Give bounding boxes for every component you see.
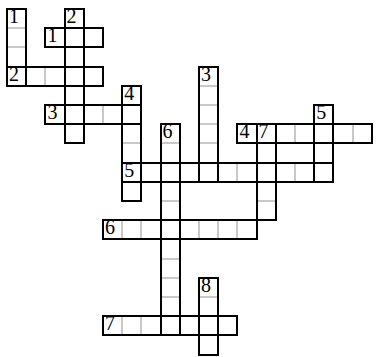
clue-number-1-across: 1	[47, 25, 57, 45]
letter-separator	[162, 277, 179, 279]
letter-separator	[140, 221, 142, 238]
cell-r8-c9[interactable]	[180, 163, 199, 182]
cell-r16-c9[interactable]	[180, 316, 199, 335]
word-5-across: 5	[121, 162, 334, 183]
cell-r10-c13[interactable]	[257, 201, 276, 220]
cell-r2-c0[interactable]	[7, 47, 26, 66]
letter-separator	[200, 123, 217, 125]
cell-r17-c10[interactable]	[199, 335, 218, 354]
word-8-down: 8	[198, 277, 219, 356]
cell-r6-c6[interactable]	[122, 124, 141, 143]
letter-separator	[236, 221, 238, 238]
cell-r10-c8[interactable]	[161, 201, 180, 220]
cell-r8-c14[interactable]	[276, 163, 295, 182]
letter-separator	[294, 125, 296, 142]
clue-number-7-across: 7	[105, 313, 115, 333]
word-6-down: 6	[160, 123, 181, 336]
letter-separator	[8, 27, 25, 29]
clue-number-4-down: 4	[124, 83, 134, 103]
word-2-down: 2	[64, 8, 85, 144]
clue-number-6-down: 6	[163, 121, 173, 141]
cell-r8-c10[interactable]	[199, 163, 218, 182]
cell-r8-c12[interactable]	[237, 163, 256, 182]
letter-separator	[162, 258, 179, 260]
letter-separator	[200, 142, 217, 144]
word-4-down: 4	[121, 85, 142, 202]
letter-separator	[200, 104, 217, 106]
cell-r8-c6[interactable]	[122, 163, 141, 182]
cell-r2-c3[interactable]	[65, 47, 84, 66]
letter-separator	[121, 221, 123, 238]
cell-r5-c10[interactable]	[199, 105, 218, 124]
cell-r14-c8[interactable]	[161, 278, 180, 297]
cell-r1-c4[interactable]	[84, 28, 103, 47]
cell-r11-c11[interactable]	[218, 220, 237, 239]
cell-r3-c1[interactable]	[26, 67, 45, 86]
letter-separator	[121, 317, 123, 334]
letter-separator	[162, 296, 179, 298]
word-3-down: 3	[198, 66, 219, 183]
cell-r7-c16[interactable]	[314, 143, 333, 162]
cell-r3-c3[interactable]	[65, 67, 84, 86]
cell-r1-c3[interactable]	[65, 28, 84, 47]
letter-separator	[294, 164, 296, 181]
cell-r6-c10[interactable]	[199, 124, 218, 143]
cell-r8-c7[interactable]	[141, 163, 160, 182]
cell-r16-c7[interactable]	[141, 316, 160, 335]
cell-r16-c10[interactable]	[199, 316, 218, 335]
word-7-down: 7	[256, 123, 277, 221]
cell-r6-c17[interactable]	[333, 124, 352, 143]
cell-r3-c2[interactable]	[45, 67, 64, 86]
cell-r15-c8[interactable]	[161, 297, 180, 316]
letter-separator	[123, 142, 140, 144]
cell-r16-c8[interactable]	[161, 316, 180, 335]
cell-r3-c0[interactable]	[7, 67, 26, 86]
cell-r5-c6[interactable]	[122, 105, 141, 124]
cell-r7-c10[interactable]	[199, 143, 218, 162]
cell-r8-c15[interactable]	[295, 163, 314, 182]
letter-separator	[236, 164, 238, 181]
cell-r13-c8[interactable]	[161, 259, 180, 278]
letter-separator	[200, 85, 217, 87]
clue-number-3-across: 3	[47, 102, 57, 122]
cell-r11-c12[interactable]	[237, 220, 256, 239]
cell-r15-c10[interactable]	[199, 297, 218, 316]
cell-r16-c11[interactable]	[218, 316, 237, 335]
cell-r5-c4[interactable]	[84, 105, 103, 124]
cell-r7-c13[interactable]	[257, 143, 276, 162]
clue-number-6-across: 6	[105, 217, 115, 237]
cell-r3-c4[interactable]	[84, 67, 103, 86]
letter-separator	[162, 200, 179, 202]
clue-number-5-down: 5	[316, 102, 326, 122]
cell-r9-c13[interactable]	[257, 182, 276, 201]
cell-r6-c14[interactable]	[276, 124, 295, 143]
clue-number-1-down: 1	[9, 6, 19, 26]
clue-number-2-down: 2	[67, 6, 77, 26]
cell-r6-c3[interactable]	[65, 124, 84, 143]
word-1-down: 1	[6, 8, 27, 87]
cell-r8-c8[interactable]	[161, 163, 180, 182]
cell-r4-c3[interactable]	[65, 86, 84, 105]
cell-r6-c18[interactable]	[353, 124, 372, 143]
cell-r9-c8[interactable]	[161, 182, 180, 201]
letter-separator	[198, 221, 200, 238]
letter-separator	[102, 106, 104, 123]
cell-r1-c0[interactable]	[7, 28, 26, 47]
crossword-board: 123456712345678	[0, 0, 376, 357]
cell-r5-c3[interactable]	[65, 105, 84, 124]
cell-r7-c6[interactable]	[122, 143, 141, 162]
cell-r11-c9[interactable]	[180, 220, 199, 239]
cell-r6-c16[interactable]	[314, 124, 333, 143]
letter-separator	[162, 142, 179, 144]
clue-number-3-down: 3	[201, 64, 211, 84]
clue-number-4-across: 4	[239, 121, 249, 141]
cell-r9-c6[interactable]	[122, 182, 141, 201]
cell-r5-c5[interactable]	[103, 105, 122, 124]
word-5-down: 5	[313, 104, 334, 183]
cell-r4-c10[interactable]	[199, 86, 218, 105]
letter-separator	[8, 46, 25, 48]
cell-r8-c16[interactable]	[314, 163, 333, 182]
cell-r11-c6[interactable]	[122, 220, 141, 239]
letter-separator	[258, 200, 275, 202]
cell-r8-c11[interactable]	[218, 163, 237, 182]
cell-r7-c8[interactable]	[161, 143, 180, 162]
cell-r11-c8[interactable]	[161, 220, 180, 239]
cell-r6-c15[interactable]	[295, 124, 314, 143]
letter-separator	[217, 221, 219, 238]
cell-r16-c6[interactable]	[122, 316, 141, 335]
letter-separator	[44, 68, 46, 85]
letter-separator	[352, 125, 354, 142]
letter-separator	[140, 317, 142, 334]
clue-number-7-down: 7	[259, 121, 269, 141]
cell-r11-c7[interactable]	[141, 220, 160, 239]
cell-r8-c13[interactable]	[257, 163, 276, 182]
letter-separator	[200, 296, 217, 298]
cell-r12-c8[interactable]	[161, 239, 180, 258]
cell-r11-c10[interactable]	[199, 220, 218, 239]
clue-number-8-down: 8	[201, 275, 211, 295]
